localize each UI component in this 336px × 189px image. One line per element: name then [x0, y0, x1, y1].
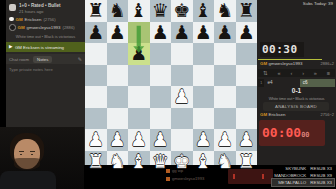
- square-g1[interactable]: ♞: [214, 151, 236, 173]
- white-pawn-e4[interactable]: ♟: [171, 86, 193, 108]
- black-bishop-c8[interactable]: ♝: [128, 0, 150, 22]
- square-h5[interactable]: [236, 65, 258, 87]
- black-rook-a8[interactable]: ♜: [85, 0, 107, 22]
- white-queen-d1[interactable]: ♛: [150, 151, 172, 173]
- result-text: White time out • Black is victorious: [9, 34, 82, 39]
- move-list: 1 e4 c6: [258, 79, 335, 87]
- square-h1[interactable]: ♜: [236, 151, 258, 173]
- game-status: White time out • Black is victorious: [257, 96, 336, 101]
- square-a6[interactable]: [85, 43, 107, 65]
- black-pawn-e7[interactable]: ♟: [171, 22, 193, 44]
- white-pawn-g2[interactable]: ♟: [214, 129, 236, 151]
- black-pawn-f7[interactable]: ♟: [193, 22, 215, 44]
- square-f2[interactable]: ♟: [193, 129, 215, 151]
- square-f8[interactable]: ♝: [193, 0, 215, 22]
- streaming-banner[interactable]: ▶ GM Ericksen is streaming: [6, 42, 85, 52]
- menu-icon[interactable]: ≡: [327, 69, 330, 77]
- square-g7[interactable]: ♟: [214, 22, 236, 44]
- square-b4[interactable]: [107, 86, 129, 108]
- event-type: RESUB X3: [310, 180, 332, 185]
- square-c4[interactable]: [128, 86, 150, 108]
- event-type: RESUB X3: [310, 166, 332, 171]
- square-a7[interactable]: ♟: [85, 22, 107, 44]
- square-b1[interactable]: ♞: [107, 151, 129, 173]
- square-b5[interactable]: [107, 65, 129, 87]
- black-knight-g8[interactable]: ♞: [214, 0, 236, 22]
- streamer-brow: [30, 151, 35, 152]
- chat-header: Chat room Notes ✎: [6, 54, 85, 64]
- overlay-chat-line: gmwesleyso1993: [166, 176, 204, 181]
- white-pawn-a2[interactable]: ♟: [85, 129, 107, 151]
- square-h4[interactable]: [236, 86, 258, 108]
- black-pawn-g7[interactable]: ♟: [214, 22, 236, 44]
- event-username: MANDOBROCK: [274, 173, 306, 178]
- square-c3[interactable]: [128, 108, 150, 130]
- white-name: Ericksen: [25, 17, 42, 22]
- square-h8[interactable]: ♜: [236, 0, 258, 22]
- tab-notes[interactable]: Notes: [33, 56, 52, 63]
- bullet-speed-icon: [9, 4, 16, 11]
- square-d4[interactable]: [150, 86, 172, 108]
- move-controls: ⇅«‹›»≡: [258, 69, 335, 77]
- black-rating-delta: 2886+2: [321, 61, 334, 66]
- black-pawn-h7[interactable]: ♟: [236, 22, 258, 44]
- square-c5[interactable]: [128, 65, 150, 87]
- square-b8[interactable]: ♞: [107, 0, 129, 22]
- black-name: gmwesleyso1993: [269, 61, 303, 66]
- stream-events-list: SKYBUNKRESUB X3MANDOBROCKRESUB X9METALPA…: [272, 165, 334, 187]
- white-knight-g1[interactable]: ♞: [214, 151, 236, 173]
- square-b3[interactable]: [107, 108, 129, 130]
- white-pawn-h2[interactable]: ♟: [236, 129, 258, 151]
- white-clock-hundredths: 00: [301, 131, 309, 139]
- white-clock-main: 00:00: [262, 125, 301, 140]
- square-d5[interactable]: [150, 65, 172, 87]
- streamer-beard: [14, 158, 40, 170]
- square-c6[interactable]: ♟: [128, 43, 150, 65]
- game-result: 0-1: [257, 87, 336, 94]
- square-e5[interactable]: [171, 65, 193, 87]
- white-rating: (2756): [43, 17, 55, 22]
- square-g4[interactable]: [214, 86, 236, 108]
- square-h7[interactable]: ♟: [236, 22, 258, 44]
- square-e1[interactable]: ♚: [171, 151, 193, 173]
- square-g6[interactable]: [214, 43, 236, 65]
- square-f5[interactable]: [193, 65, 215, 87]
- square-f6[interactable]: [193, 43, 215, 65]
- black-rating: (2886): [63, 25, 75, 30]
- event-type: RESUB X9: [310, 173, 332, 178]
- square-h2[interactable]: ♟: [236, 129, 258, 151]
- square-d7[interactable]: ♟: [150, 22, 172, 44]
- black-title: GM: [260, 61, 267, 66]
- square-g5[interactable]: [214, 65, 236, 87]
- white-clock-flagged: 00:0000: [259, 120, 325, 146]
- square-c7[interactable]: [128, 22, 150, 44]
- event-username: METALPALLO: [278, 180, 306, 185]
- analysis-board-button[interactable]: ANALYSIS BOARD: [263, 102, 329, 111]
- previous-move-icon[interactable]: ‹: [290, 69, 292, 77]
- square-h3[interactable]: [236, 108, 258, 130]
- white-pawn-f2[interactable]: ♟: [193, 129, 215, 151]
- streamer-brow: [19, 151, 24, 152]
- white-bishop-c1[interactable]: ♝: [128, 151, 150, 173]
- black-pawn-d7[interactable]: ♟: [150, 22, 172, 44]
- webcam: [0, 127, 84, 189]
- move-black-active[interactable]: c6: [300, 79, 335, 87]
- square-e7[interactable]: ♟: [171, 22, 193, 44]
- white-king-e1[interactable]: ♚: [171, 151, 193, 173]
- white-rating-delta: 2756−2: [321, 112, 334, 117]
- next-move-icon[interactable]: ›: [302, 69, 304, 77]
- black-king-e8[interactable]: ♚: [171, 0, 193, 22]
- clock-bar: [258, 59, 322, 61]
- chess-board[interactable]: ♜♞♝♛♚♝♞♜♟♟♟♟♟♟♟♟♟♟♟♟♟♟♟♟♜♞♝♛♚♝♞♜: [85, 0, 257, 172]
- black-bishop-f8[interactable]: ♝: [193, 0, 215, 22]
- square-f1[interactable]: ♝: [193, 151, 215, 173]
- game-meta-box: 1+0 • Rated • Bullet 21 hours ago GM Eri…: [6, 0, 85, 39]
- alert-mark: [262, 174, 264, 179]
- square-a1[interactable]: ♜: [85, 151, 107, 173]
- square-g8[interactable]: ♞: [214, 0, 236, 22]
- square-h6[interactable]: [236, 43, 258, 65]
- played-ago-label: 21 hours ago: [19, 9, 61, 14]
- white-bishop-f1[interactable]: ♝: [193, 151, 215, 173]
- black-queen-d8[interactable]: ♛: [150, 0, 172, 22]
- square-a3[interactable]: [85, 108, 107, 130]
- white-color-icon: [9, 17, 14, 22]
- square-e2[interactable]: [171, 129, 193, 151]
- black-title: GM: [18, 25, 25, 30]
- first-move-icon[interactable]: «: [277, 69, 280, 77]
- black-player-row[interactable]: GM gmwesleyso1993 (2886): [9, 24, 82, 31]
- panel-white-player-row[interactable]: GM Ericksen 2756−2: [260, 112, 334, 117]
- square-d2[interactable]: ♟: [150, 129, 172, 151]
- white-title: GM: [16, 17, 23, 22]
- white-pawn-b2[interactable]: ♟: [107, 129, 129, 151]
- white-rook-h1[interactable]: ♜: [236, 151, 258, 173]
- stream-icon: ▶: [9, 45, 12, 49]
- black-pawn-a7[interactable]: ♟: [85, 22, 107, 44]
- square-a2[interactable]: ♟: [85, 129, 107, 151]
- move-white[interactable]: e4: [264, 79, 299, 87]
- flip-board-icon[interactable]: ⇅: [263, 69, 268, 77]
- square-b2[interactable]: ♟: [107, 129, 129, 151]
- square-d8[interactable]: ♛: [150, 0, 172, 22]
- black-pawn-c6[interactable]: ♟: [128, 43, 150, 65]
- game-panel: Subs Today: 39 00:30 GM gmwesleyso1993 2…: [257, 0, 336, 165]
- white-pawn-c2[interactable]: ♟: [128, 129, 150, 151]
- square-d3[interactable]: [150, 108, 172, 130]
- stream-screenshot: 1+0 • Rated • Bullet 21 hours ago GM Eri…: [0, 0, 336, 189]
- panel-black-player-row[interactable]: GM gmwesleyso1993 2886+2: [260, 61, 334, 66]
- white-pawn-d2[interactable]: ♟: [150, 129, 172, 151]
- event-username: SKYBUNK: [285, 166, 306, 171]
- square-b7[interactable]: ♟: [107, 22, 129, 44]
- square-e6[interactable]: [171, 43, 193, 65]
- square-e3[interactable]: [171, 108, 193, 130]
- square-a4[interactable]: [85, 86, 107, 108]
- notes-input[interactable]: Type private notes here: [6, 64, 85, 74]
- square-c2[interactable]: ♟: [128, 129, 150, 151]
- pencil-icon[interactable]: ✎: [78, 56, 82, 62]
- alert-mark: [233, 174, 235, 179]
- white-title: GM: [260, 112, 267, 117]
- black-name: gmwesleyso1993: [27, 25, 61, 30]
- square-a5[interactable]: [85, 65, 107, 87]
- square-b6[interactable]: [107, 43, 129, 65]
- last-move-icon[interactable]: »: [314, 69, 317, 77]
- black-knight-b8[interactable]: ♞: [107, 0, 129, 22]
- square-g3[interactable]: [214, 108, 236, 130]
- square-a8[interactable]: ♜: [85, 0, 107, 22]
- streaming-banner-label: GM Ericksen is streaming: [15, 45, 64, 50]
- overlay-chat-text: gmwesleyso1993: [172, 176, 204, 181]
- square-f3[interactable]: [193, 108, 215, 130]
- square-f4[interactable]: [193, 86, 215, 108]
- square-d6[interactable]: [150, 43, 172, 65]
- square-e4[interactable]: ♟: [171, 86, 193, 108]
- square-c8[interactable]: ♝: [128, 0, 150, 22]
- black-pawn-b7[interactable]: ♟: [107, 22, 129, 44]
- subs-today-label: Subs Today: 39: [303, 1, 333, 6]
- stream-event-row: METALPALLORESUB X3: [272, 179, 334, 186]
- black-clock: 00:30: [260, 42, 304, 57]
- stream-event-row: MANDOBROCKRESUB X9: [272, 172, 334, 179]
- stream-event-row: SKYBUNKRESUB X3: [272, 165, 334, 172]
- square-c1[interactable]: ♝: [128, 151, 150, 173]
- square-d1[interactable]: ♛: [150, 151, 172, 173]
- square-g2[interactable]: ♟: [214, 129, 236, 151]
- black-color-icon: [9, 24, 16, 31]
- black-rook-h8[interactable]: ♜: [236, 0, 258, 22]
- sub-badge-icon: [166, 177, 170, 181]
- white-name: Ericksen: [269, 112, 286, 117]
- white-player-row[interactable]: GM Ericksen (2756): [9, 17, 82, 22]
- streamer-shirt: [0, 171, 56, 189]
- tab-chat-room[interactable]: Chat room: [9, 57, 29, 62]
- square-e8[interactable]: ♚: [171, 0, 193, 22]
- square-f7[interactable]: ♟: [193, 22, 215, 44]
- white-knight-b1[interactable]: ♞: [107, 151, 129, 173]
- white-rook-a1[interactable]: ♜: [85, 151, 107, 173]
